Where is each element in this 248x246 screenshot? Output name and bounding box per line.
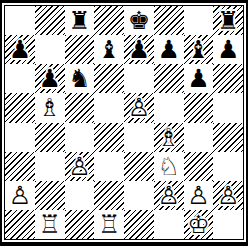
square-c7[interactable] [65, 35, 95, 64]
square-a3[interactable] [5, 152, 35, 181]
square-f5[interactable] [154, 93, 184, 122]
square-d2[interactable] [94, 181, 124, 210]
piece-black-rook[interactable]: ♜ [217, 8, 239, 33]
square-b8[interactable] [35, 6, 65, 35]
piece-black-rook[interactable]: ♜ [68, 8, 90, 33]
square-e1[interactable] [124, 210, 154, 239]
square-b3[interactable] [35, 152, 65, 181]
square-c4[interactable] [65, 123, 95, 152]
square-f3[interactable]: ♘ [154, 152, 184, 181]
piece-white-pawn[interactable]: ♙ [157, 183, 179, 208]
square-d6[interactable] [94, 64, 124, 93]
square-b5[interactable]: ♗ [35, 93, 65, 122]
square-f8[interactable] [154, 6, 184, 35]
square-f6[interactable] [154, 64, 184, 93]
square-c8[interactable]: ♜ [65, 6, 95, 35]
piece-black-pawn[interactable]: ♟ [157, 37, 179, 62]
square-b4[interactable] [35, 123, 65, 152]
square-a1[interactable] [5, 210, 35, 239]
piece-white-pawn[interactable]: ♙ [68, 154, 90, 179]
square-c2[interactable] [65, 181, 95, 210]
square-b7[interactable] [35, 35, 65, 64]
square-h1[interactable] [213, 210, 243, 239]
square-d3[interactable] [94, 152, 124, 181]
piece-white-rook[interactable]: ♖ [38, 212, 60, 237]
square-g6[interactable]: ♟ [184, 64, 214, 93]
square-b1[interactable]: ♖ [35, 210, 65, 239]
piece-white-pawn[interactable]: ♙ [217, 183, 239, 208]
piece-white-bishop[interactable]: ♗ [38, 95, 60, 120]
square-h5[interactable] [213, 93, 243, 122]
square-f7[interactable]: ♟ [154, 35, 184, 64]
square-e6[interactable] [124, 64, 154, 93]
square-e5[interactable]: ♙ [124, 93, 154, 122]
square-f1[interactable] [154, 210, 184, 239]
piece-black-pawn[interactable]: ♟ [9, 37, 31, 62]
square-f4[interactable]: ♗ [154, 123, 184, 152]
square-a2[interactable]: ♙ [5, 181, 35, 210]
piece-black-pawn[interactable]: ♟ [38, 66, 60, 91]
board-frame: ♜♚♜♟♝♟♟♝♟♟♞♟♗♙♗♙♘♙♙♙♙♖♖♔ [4, 5, 244, 240]
square-g7[interactable]: ♝ [184, 35, 214, 64]
piece-black-pawn[interactable]: ♟ [187, 66, 209, 91]
piece-white-pawn[interactable]: ♙ [9, 183, 31, 208]
square-a5[interactable] [5, 93, 35, 122]
square-f2[interactable]: ♙ [154, 181, 184, 210]
square-c5[interactable] [65, 93, 95, 122]
piece-black-bishop[interactable]: ♝ [98, 37, 120, 62]
square-h3[interactable] [213, 152, 243, 181]
square-a8[interactable] [5, 6, 35, 35]
chess-diagram: ♜♚♜♟♝♟♟♝♟♟♞♟♗♙♗♙♘♙♙♙♙♖♖♔ [0, 0, 248, 246]
chess-board: ♜♚♜♟♝♟♟♝♟♟♞♟♗♙♗♙♘♙♙♙♙♖♖♔ [5, 6, 243, 239]
square-h6[interactable] [213, 64, 243, 93]
square-e3[interactable] [124, 152, 154, 181]
square-a4[interactable] [5, 123, 35, 152]
square-e8[interactable]: ♚ [124, 6, 154, 35]
square-a7[interactable]: ♟ [5, 35, 35, 64]
square-g5[interactable] [184, 93, 214, 122]
piece-black-pawn[interactable]: ♟ [217, 37, 239, 62]
square-g2[interactable]: ♙ [184, 181, 214, 210]
square-a6[interactable] [5, 64, 35, 93]
square-h2[interactable]: ♙ [213, 181, 243, 210]
square-d8[interactable] [94, 6, 124, 35]
square-e7[interactable]: ♟ [124, 35, 154, 64]
square-b6[interactable]: ♟ [35, 64, 65, 93]
square-h7[interactable]: ♟ [213, 35, 243, 64]
square-d1[interactable]: ♖ [94, 210, 124, 239]
piece-white-pawn[interactable]: ♙ [128, 95, 150, 120]
square-g8[interactable] [184, 6, 214, 35]
piece-white-pawn[interactable]: ♙ [187, 183, 209, 208]
piece-black-knight[interactable]: ♞ [68, 66, 90, 91]
square-d7[interactable]: ♝ [94, 35, 124, 64]
piece-white-knight[interactable]: ♘ [157, 154, 179, 179]
piece-white-bishop[interactable]: ♗ [157, 125, 179, 150]
square-g1[interactable]: ♔ [184, 210, 214, 239]
square-d4[interactable] [94, 123, 124, 152]
square-g3[interactable] [184, 152, 214, 181]
piece-black-king[interactable]: ♚ [128, 8, 150, 33]
square-h8[interactable]: ♜ [213, 6, 243, 35]
piece-white-king[interactable]: ♔ [187, 212, 209, 237]
square-b2[interactable] [35, 181, 65, 210]
square-e2[interactable] [124, 181, 154, 210]
piece-black-bishop[interactable]: ♝ [187, 37, 209, 62]
square-c6[interactable]: ♞ [65, 64, 95, 93]
square-e4[interactable] [124, 123, 154, 152]
square-d5[interactable] [94, 93, 124, 122]
square-g4[interactable] [184, 123, 214, 152]
piece-black-pawn[interactable]: ♟ [128, 37, 150, 62]
square-h4[interactable] [213, 123, 243, 152]
square-c3[interactable]: ♙ [65, 152, 95, 181]
square-c1[interactable] [65, 210, 95, 239]
piece-white-rook[interactable]: ♖ [98, 212, 120, 237]
